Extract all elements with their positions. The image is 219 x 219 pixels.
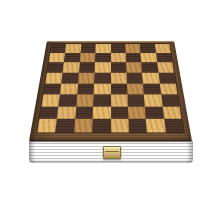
- square-a4[interactable]: [43, 83, 61, 94]
- square-a8[interactable]: [50, 44, 66, 53]
- square-b7[interactable]: [64, 53, 80, 63]
- square-g2[interactable]: [145, 106, 164, 119]
- square-e4[interactable]: [111, 83, 128, 94]
- square-e5[interactable]: [111, 73, 127, 84]
- square-f3[interactable]: [127, 95, 145, 107]
- square-e8[interactable]: [111, 44, 126, 53]
- square-f2[interactable]: [128, 106, 146, 119]
- square-f8[interactable]: [125, 44, 140, 53]
- square-a7[interactable]: [49, 53, 66, 63]
- product-photo-stage: [0, 0, 219, 219]
- square-g7[interactable]: [141, 53, 157, 63]
- square-c7[interactable]: [80, 53, 96, 63]
- square-b4[interactable]: [60, 83, 78, 94]
- square-h1[interactable]: [164, 119, 184, 132]
- square-c8[interactable]: [80, 44, 95, 53]
- square-g5[interactable]: [142, 73, 159, 84]
- square-a6[interactable]: [47, 62, 64, 72]
- chess-box-lid: [29, 41, 192, 142]
- square-a1[interactable]: [37, 119, 57, 132]
- square-g6[interactable]: [141, 62, 158, 72]
- square-h2[interactable]: [162, 106, 181, 119]
- square-b6[interactable]: [63, 62, 80, 72]
- square-e6[interactable]: [111, 62, 127, 72]
- square-d3[interactable]: [93, 95, 110, 107]
- square-c5[interactable]: [78, 73, 95, 84]
- square-h7[interactable]: [156, 53, 173, 63]
- square-e3[interactable]: [111, 95, 128, 107]
- square-e1[interactable]: [111, 119, 129, 132]
- square-h4[interactable]: [159, 83, 177, 94]
- chess-box-case-side: [29, 140, 193, 163]
- square-g8[interactable]: [140, 44, 156, 53]
- square-b8[interactable]: [65, 44, 81, 53]
- square-b1[interactable]: [56, 119, 75, 132]
- square-a3[interactable]: [41, 95, 60, 107]
- brass-latch[interactable]: [103, 146, 121, 159]
- square-f5[interactable]: [126, 73, 143, 84]
- square-f7[interactable]: [126, 53, 142, 63]
- square-d7[interactable]: [95, 53, 110, 63]
- square-c2[interactable]: [75, 106, 93, 119]
- square-c4[interactable]: [77, 83, 94, 94]
- square-f1[interactable]: [128, 119, 147, 132]
- square-a2[interactable]: [39, 106, 58, 119]
- square-d8[interactable]: [95, 44, 110, 53]
- square-c1[interactable]: [74, 119, 93, 132]
- square-d5[interactable]: [94, 73, 110, 84]
- square-d2[interactable]: [93, 106, 111, 119]
- square-f4[interactable]: [127, 83, 144, 94]
- square-e7[interactable]: [111, 53, 126, 63]
- square-g1[interactable]: [146, 119, 165, 132]
- square-g4[interactable]: [143, 83, 161, 94]
- square-a5[interactable]: [45, 73, 63, 84]
- square-d6[interactable]: [95, 62, 111, 72]
- square-g3[interactable]: [144, 95, 162, 107]
- square-b3[interactable]: [59, 95, 77, 107]
- square-b5[interactable]: [62, 73, 79, 84]
- square-h5[interactable]: [158, 73, 176, 84]
- square-d4[interactable]: [94, 83, 111, 94]
- square-c3[interactable]: [76, 95, 94, 107]
- square-d1[interactable]: [92, 119, 110, 132]
- square-h3[interactable]: [161, 95, 180, 107]
- square-e2[interactable]: [111, 106, 129, 119]
- square-h6[interactable]: [157, 62, 174, 72]
- square-b2[interactable]: [57, 106, 76, 119]
- square-c6[interactable]: [79, 62, 95, 72]
- square-f6[interactable]: [126, 62, 142, 72]
- chess-board: [37, 44, 184, 133]
- square-h8[interactable]: [155, 44, 171, 53]
